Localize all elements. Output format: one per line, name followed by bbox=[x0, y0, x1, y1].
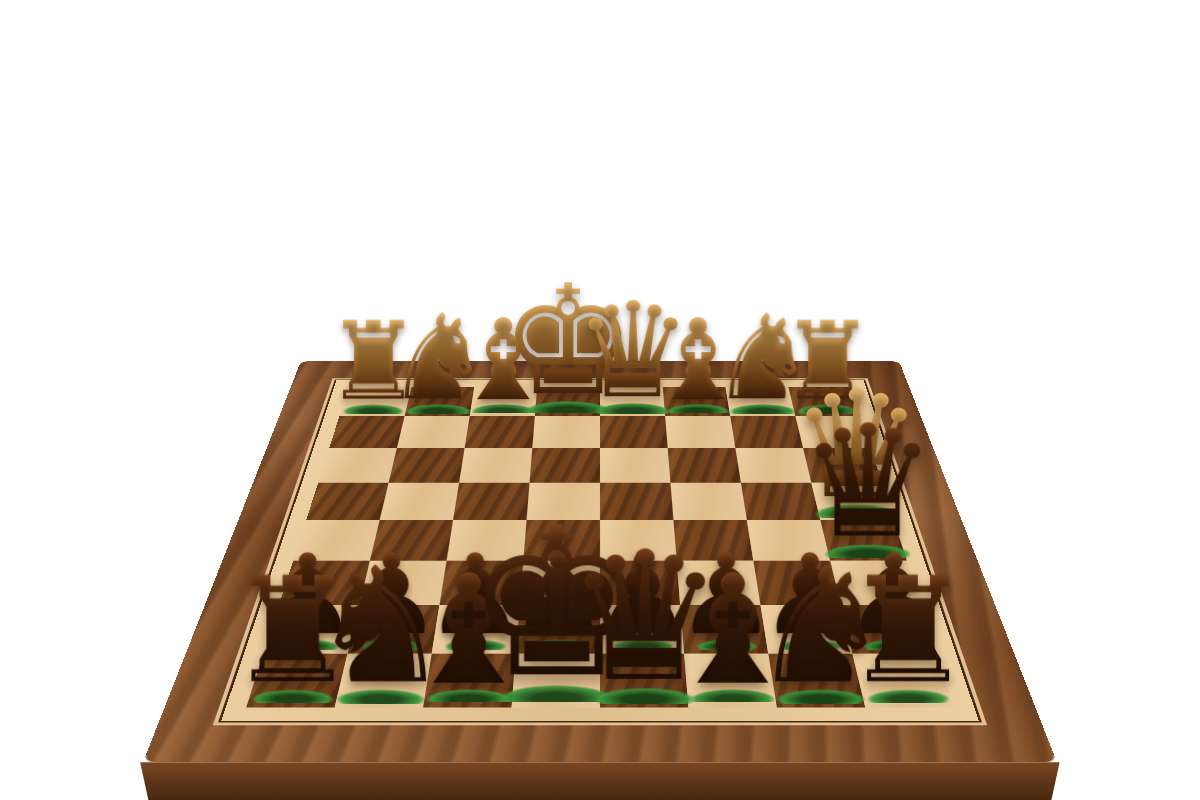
square-d2 bbox=[600, 416, 668, 448]
board-bevel-front-edge bbox=[140, 762, 1060, 800]
black-bishop-glyph: ♝ bbox=[664, 557, 800, 701]
board-grid: ♜♞♝♚♛♝♞♜♛♛♟♟♟♟♟♟♟♟♜♞♝♚♛♝♞♜ bbox=[246, 387, 954, 708]
square-g2 bbox=[397, 416, 470, 448]
square-h4 bbox=[306, 483, 388, 520]
square-c2 bbox=[665, 416, 735, 448]
square-c1: ♝ bbox=[663, 387, 731, 417]
black-bishop-c8: ♝ bbox=[664, 557, 800, 701]
square-g3 bbox=[389, 448, 465, 482]
square-g4 bbox=[380, 483, 459, 520]
walnut-pinstripe: ♜♞♝♚♛♝♞♜♛♛♟♟♟♟♟♟♟♟♜♞♝♚♛♝♞♜ bbox=[218, 380, 982, 723]
chess-set-product-photo: ♜♞♝♚♛♝♞♜♛♛♟♟♟♟♟♟♟♟♜♞♝♚♛♝♞♜ bbox=[0, 0, 1200, 800]
maple-pinstripe: ♜♞♝♚♛♝♞♜♛♛♟♟♟♟♟♟♟♟♜♞♝♚♛♝♞♜ bbox=[213, 378, 987, 725]
maple-border: ♜♞♝♚♛♝♞♜♛♛♟♟♟♟♟♟♟♟♜♞♝♚♛♝♞♜ bbox=[221, 380, 978, 720]
white-bishop-c1: ♝ bbox=[647, 307, 747, 413]
square-c8: ♝ bbox=[684, 654, 777, 708]
board-tilt: ♜♞♝♚♛♝♞♜♛♛♟♟♟♟♟♟♟♟♜♞♝♚♛♝♞♜ bbox=[143, 361, 1057, 762]
square-c3 bbox=[668, 448, 741, 482]
walnut-rim: ♜♞♝♚♛♝♞♜♛♛♟♟♟♟♟♟♟♟♜♞♝♚♛♝♞♜ bbox=[213, 378, 987, 725]
square-d3 bbox=[600, 448, 670, 482]
perspective-scene: ♜♞♝♚♛♝♞♜♛♛♟♟♟♟♟♟♟♟♜♞♝♚♛♝♞♜ bbox=[238, 158, 961, 800]
square-h3 bbox=[318, 448, 397, 482]
chess-board: ♜♞♝♚♛♝♞♜♛♛♟♟♟♟♟♟♟♟♜♞♝♚♛♝♞♜ bbox=[143, 361, 1057, 762]
square-e2 bbox=[532, 416, 600, 448]
white-bishop-glyph: ♝ bbox=[647, 307, 747, 413]
square-f3 bbox=[459, 448, 532, 482]
square-f2 bbox=[465, 416, 535, 448]
square-h2 bbox=[329, 416, 404, 448]
square-e3 bbox=[530, 448, 600, 482]
